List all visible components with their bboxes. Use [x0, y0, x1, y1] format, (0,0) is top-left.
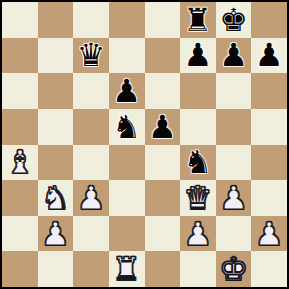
square-d5[interactable]: ♞ [109, 109, 145, 145]
square-d8[interactable] [109, 2, 145, 38]
square-g8[interactable]: ♚ [216, 2, 252, 38]
piece-white-knight[interactable]: ♞ [41, 182, 70, 214]
piece-white-pawn[interactable]: ♟ [255, 218, 284, 250]
square-e3[interactable] [145, 180, 181, 216]
square-d3[interactable] [109, 180, 145, 216]
square-c8[interactable] [73, 2, 109, 38]
square-a5[interactable] [2, 109, 38, 145]
square-c7[interactable]: ♛ [73, 38, 109, 74]
square-f4[interactable]: ♞ [180, 145, 216, 181]
piece-black-knight[interactable]: ♞ [112, 111, 141, 143]
square-e5[interactable]: ♟ [145, 109, 181, 145]
square-g1[interactable]: ♚ [216, 251, 252, 287]
square-b2[interactable]: ♟ [38, 216, 74, 252]
piece-black-pawn[interactable]: ♟ [184, 39, 213, 71]
square-a7[interactable] [2, 38, 38, 74]
square-a8[interactable] [2, 2, 38, 38]
square-h7[interactable]: ♟ [251, 38, 287, 74]
square-c4[interactable] [73, 145, 109, 181]
square-h5[interactable] [251, 109, 287, 145]
square-b4[interactable] [38, 145, 74, 181]
piece-white-pawn[interactable]: ♟ [219, 182, 248, 214]
square-a6[interactable] [2, 73, 38, 109]
square-f5[interactable] [180, 109, 216, 145]
square-h8[interactable] [251, 2, 287, 38]
square-b7[interactable] [38, 38, 74, 74]
square-g3[interactable]: ♟ [216, 180, 252, 216]
piece-black-knight[interactable]: ♞ [184, 146, 213, 178]
square-g2[interactable] [216, 216, 252, 252]
square-d6[interactable]: ♟ [109, 73, 145, 109]
square-g5[interactable] [216, 109, 252, 145]
square-a2[interactable] [2, 216, 38, 252]
square-h6[interactable] [251, 73, 287, 109]
square-f6[interactable] [180, 73, 216, 109]
square-g7[interactable]: ♟ [216, 38, 252, 74]
piece-black-queen[interactable]: ♛ [77, 39, 106, 71]
square-f7[interactable]: ♟ [180, 38, 216, 74]
piece-black-pawn[interactable]: ♟ [148, 111, 177, 143]
square-c6[interactable] [73, 73, 109, 109]
square-e4[interactable] [145, 145, 181, 181]
chess-board: ♜♚♛♟♟♟♟♞♟♝♞♞♟♛♟♟♟♟♜♚ [0, 0, 289, 289]
piece-black-pawn[interactable]: ♟ [219, 39, 248, 71]
square-f2[interactable]: ♟ [180, 216, 216, 252]
piece-white-king[interactable]: ♚ [219, 253, 248, 285]
piece-white-queen[interactable]: ♛ [184, 182, 213, 214]
piece-white-pawn[interactable]: ♟ [41, 218, 70, 250]
piece-black-rook[interactable]: ♜ [184, 4, 213, 36]
square-h1[interactable] [251, 251, 287, 287]
piece-white-rook[interactable]: ♜ [112, 253, 141, 285]
square-e7[interactable] [145, 38, 181, 74]
square-c5[interactable] [73, 109, 109, 145]
square-a3[interactable] [2, 180, 38, 216]
square-b3[interactable]: ♞ [38, 180, 74, 216]
square-e8[interactable] [145, 2, 181, 38]
piece-white-pawn[interactable]: ♟ [184, 218, 213, 250]
square-d2[interactable] [109, 216, 145, 252]
piece-black-pawn[interactable]: ♟ [255, 39, 284, 71]
square-h2[interactable]: ♟ [251, 216, 287, 252]
square-b6[interactable] [38, 73, 74, 109]
square-f1[interactable] [180, 251, 216, 287]
square-b8[interactable] [38, 2, 74, 38]
square-e2[interactable] [145, 216, 181, 252]
square-f3[interactable]: ♛ [180, 180, 216, 216]
square-a4[interactable]: ♝ [2, 145, 38, 181]
square-d7[interactable] [109, 38, 145, 74]
square-b1[interactable] [38, 251, 74, 287]
square-d4[interactable] [109, 145, 145, 181]
square-e6[interactable] [145, 73, 181, 109]
piece-white-pawn[interactable]: ♟ [77, 182, 106, 214]
square-h4[interactable] [251, 145, 287, 181]
square-a1[interactable] [2, 251, 38, 287]
piece-black-king[interactable]: ♚ [219, 4, 248, 36]
square-e1[interactable] [145, 251, 181, 287]
square-b5[interactable] [38, 109, 74, 145]
square-d1[interactable]: ♜ [109, 251, 145, 287]
square-c2[interactable] [73, 216, 109, 252]
square-h3[interactable] [251, 180, 287, 216]
square-c3[interactable]: ♟ [73, 180, 109, 216]
square-g6[interactable] [216, 73, 252, 109]
square-f8[interactable]: ♜ [180, 2, 216, 38]
square-g4[interactable] [216, 145, 252, 181]
piece-black-pawn[interactable]: ♟ [112, 75, 141, 107]
square-c1[interactable] [73, 251, 109, 287]
piece-white-bishop[interactable]: ♝ [5, 146, 34, 178]
